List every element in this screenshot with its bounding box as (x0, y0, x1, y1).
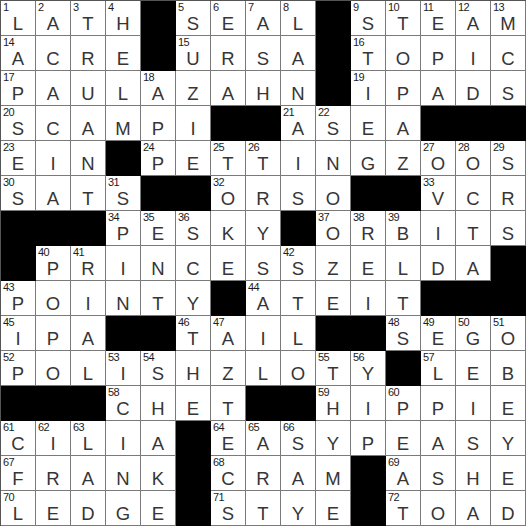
cell-letter: V (421, 190, 455, 209)
cell-letter: Y (351, 365, 385, 384)
cell-r13c7[interactable]: 64E (211, 421, 246, 456)
cell-r12c12[interactable]: 60P (386, 386, 421, 421)
cell-letter: O (316, 225, 350, 244)
cell-letter: O (491, 330, 525, 349)
cell-r11c12 (386, 351, 421, 386)
cell-r12c6[interactable]: E (176, 386, 211, 421)
cell-r6c10[interactable]: O (316, 176, 351, 211)
cell-r5c7[interactable]: 25T (211, 141, 246, 176)
cell-r13c3[interactable]: 63L (71, 421, 106, 456)
cell-r3c14[interactable]: D (456, 71, 491, 106)
cell-letter: E (491, 400, 525, 419)
cell-r8c13[interactable]: D (421, 246, 456, 281)
clue-number: 5 (178, 1, 184, 13)
cell-r2c8[interactable]: S (246, 36, 281, 71)
cell-r15c2[interactable]: E (36, 491, 71, 526)
cell-r14c15[interactable]: E (491, 456, 526, 491)
cell-letter: T (71, 15, 105, 34)
cell-letter: A (141, 85, 175, 104)
cell-r1c14[interactable]: 12A (456, 1, 491, 36)
cell-letter: A (456, 505, 490, 524)
cell-r4c6[interactable]: I (176, 106, 211, 141)
cell-r10c3[interactable]: A (71, 316, 106, 351)
cell-r8c4[interactable]: I (106, 246, 141, 281)
cell-r6c1[interactable]: 30S (1, 176, 36, 211)
cell-r1c3[interactable]: 3T (71, 1, 106, 36)
cell-r5c3[interactable]: N (71, 141, 106, 176)
cell-r14c1[interactable]: 67F (1, 456, 36, 491)
cell-letter: E (211, 260, 245, 279)
cell-r6c13[interactable]: 33V (421, 176, 456, 211)
cell-r2c4[interactable]: E (106, 36, 141, 71)
cell-r1c12[interactable]: 10T (386, 1, 421, 36)
cell-r3c11[interactable]: 19I (351, 71, 386, 106)
cell-r11c2[interactable]: O (36, 351, 71, 386)
cell-r13c12[interactable]: E (386, 421, 421, 456)
cell-r13c15[interactable]: Y (491, 421, 526, 456)
cell-r4c1[interactable]: 20S (1, 106, 36, 141)
cell-r11c13[interactable]: 57L (421, 351, 456, 386)
cell-r9c5[interactable]: T (141, 281, 176, 316)
cell-r1c9[interactable]: 8L (281, 1, 316, 36)
clue-number: 3 (73, 1, 79, 13)
cell-letter: T (386, 15, 420, 34)
cell-r5c12[interactable]: Z (386, 141, 421, 176)
cell-r2c10 (316, 36, 351, 71)
cell-r4c5[interactable]: P (141, 106, 176, 141)
cell-r13c8[interactable]: 65A (246, 421, 281, 456)
cell-letter: C (106, 400, 140, 419)
cell-r7c10[interactable]: 37O (316, 211, 351, 246)
clue-number: 58 (108, 386, 119, 398)
cell-letter: R (71, 50, 105, 69)
cell-r8c11[interactable]: E (351, 246, 386, 281)
cell-r2c5 (141, 36, 176, 71)
cell-letter: L (71, 435, 105, 454)
cell-r7c7[interactable]: K (211, 211, 246, 246)
clue-number: 37 (318, 211, 329, 223)
cell-letter: P (421, 400, 455, 419)
clue-number: 22 (318, 106, 329, 118)
cell-r12c15[interactable]: E (491, 386, 526, 421)
cell-r4c9[interactable]: 21A (281, 106, 316, 141)
cell-r2c1[interactable]: 14A (1, 36, 36, 71)
cell-r5c8[interactable]: 26T (246, 141, 281, 176)
cell-letter: R (71, 260, 105, 279)
clue-number: 11 (423, 1, 433, 13)
cell-r14c13[interactable]: S (421, 456, 456, 491)
cell-letter: A (281, 120, 315, 139)
cell-r10c15[interactable]: 51O (491, 316, 526, 351)
cell-r15c3[interactable]: D (71, 491, 106, 526)
cell-r5c10[interactable]: N (316, 141, 351, 176)
cell-r9c1[interactable]: 43P (1, 281, 36, 316)
cell-letter: C (1, 435, 35, 454)
cell-r3c8[interactable]: H (246, 71, 281, 106)
cell-r13c4[interactable]: I (106, 421, 141, 456)
cell-r8c10[interactable]: Z (316, 246, 351, 281)
cell-r3c4[interactable]: L (106, 71, 141, 106)
cell-r1c2[interactable]: 2A (36, 1, 71, 36)
clue-number: 44 (248, 281, 259, 293)
cell-r11c6[interactable]: H (176, 351, 211, 386)
cell-r10c9[interactable]: L (281, 316, 316, 351)
cell-r15c12[interactable]: 72T (386, 491, 421, 526)
clue-number: 71 (213, 491, 224, 503)
clue-number: 59 (318, 386, 329, 398)
cell-r3c13[interactable]: A (421, 71, 456, 106)
cell-r4c8 (246, 106, 281, 141)
cell-r9c4[interactable]: N (106, 281, 141, 316)
cell-r14c3[interactable]: A (71, 456, 106, 491)
cell-r12c13[interactable]: P (421, 386, 456, 421)
cell-r7c12[interactable]: 39B (386, 211, 421, 246)
clue-number: 50 (458, 316, 469, 328)
cell-r15c14[interactable]: A (456, 491, 491, 526)
cell-r12c11[interactable]: I (351, 386, 386, 421)
cell-r14c14[interactable]: H (456, 456, 491, 491)
cell-letter: H (316, 400, 350, 419)
cell-letter: P (1, 295, 35, 314)
cell-r6c2[interactable]: A (36, 176, 71, 211)
cell-r2c6[interactable]: 15U (176, 36, 211, 71)
cell-r1c15[interactable]: 13M (491, 1, 526, 36)
cell-letter: P (36, 330, 70, 349)
cell-letter: I (106, 435, 140, 454)
cell-r15c13[interactable]: O (421, 491, 456, 526)
cell-r15c15[interactable]: D (491, 491, 526, 526)
cell-letter: E (351, 120, 385, 139)
cell-r3c5[interactable]: 18A (141, 71, 176, 106)
cell-r7c15[interactable]: S (491, 211, 526, 246)
cell-letter: A (281, 470, 315, 489)
cell-letter: O (421, 505, 455, 524)
cell-r14c10[interactable]: M (316, 456, 351, 491)
cell-r11c14[interactable]: E (456, 351, 491, 386)
clue-number: 10 (388, 1, 399, 13)
cell-letter: H (106, 15, 140, 34)
clue-number: 13 (493, 1, 504, 13)
cell-r3c1[interactable]: 17P (1, 71, 36, 106)
cell-r8c14[interactable]: A (456, 246, 491, 281)
cell-r13c13[interactable]: A (421, 421, 456, 456)
cell-letter: P (386, 400, 420, 419)
clue-number: 68 (213, 456, 224, 468)
cell-r10c13[interactable]: 49E (421, 316, 456, 351)
cell-r2c3[interactable]: R (71, 36, 106, 71)
cell-r6c9[interactable]: S (281, 176, 316, 211)
cell-letter: S (1, 190, 35, 209)
cell-letter: N (141, 260, 175, 279)
cell-r4c3[interactable]: A (71, 106, 106, 141)
cell-r13c5[interactable]: A (141, 421, 176, 456)
cell-r9c10[interactable]: E (316, 281, 351, 316)
cell-letter: S (456, 435, 490, 454)
cell-r11c7[interactable]: Z (211, 351, 246, 386)
cell-letter: S (421, 470, 455, 489)
cell-r15c5[interactable]: E (141, 491, 176, 526)
cell-r10c14[interactable]: 50G (456, 316, 491, 351)
cell-r3c12[interactable]: P (386, 71, 421, 106)
cell-letter: O (456, 155, 490, 174)
cell-r15c8[interactable]: T (246, 491, 281, 526)
cell-letter: L (106, 85, 140, 104)
cell-r4c12[interactable]: A (386, 106, 421, 141)
clue-number: 69 (388, 456, 399, 468)
cell-r13c11[interactable]: P (351, 421, 386, 456)
cell-letter: S (316, 120, 350, 139)
cell-r8c3[interactable]: 41R (71, 246, 106, 281)
clue-number: 40 (38, 246, 49, 258)
cell-r12c10[interactable]: 59H (316, 386, 351, 421)
cell-r4c2[interactable]: C (36, 106, 71, 141)
cell-r3c15[interactable]: S (491, 71, 526, 106)
cell-r4c4[interactable]: M (106, 106, 141, 141)
cell-r2c7[interactable]: R (211, 36, 246, 71)
cell-r13c10[interactable]: Y (316, 421, 351, 456)
cell-letter: L (386, 260, 420, 279)
clue-number: 27 (423, 141, 434, 153)
cell-r5c9[interactable]: I (281, 141, 316, 176)
cell-r14c4[interactable]: N (106, 456, 141, 491)
cell-letter: S (246, 260, 280, 279)
clue-number: 8 (283, 1, 289, 13)
cell-r14c7[interactable]: 68C (211, 456, 246, 491)
cell-letter: S (176, 15, 210, 34)
cell-r5c14[interactable]: 28O (456, 141, 491, 176)
cell-r11c3[interactable]: L (71, 351, 106, 386)
cell-r6c6 (176, 176, 211, 211)
cell-letter: N (316, 155, 350, 174)
cell-r7c8[interactable]: Y (246, 211, 281, 246)
cell-r11c1[interactable]: 52P (1, 351, 36, 386)
cell-r11c10[interactable]: 55T (316, 351, 351, 386)
cell-letter: B (491, 365, 525, 384)
cell-r8c5[interactable]: N (141, 246, 176, 281)
cell-r14c2[interactable]: R (36, 456, 71, 491)
cell-letter: I (176, 120, 210, 139)
cell-r5c1[interactable]: 23E (1, 141, 36, 176)
cell-letter: T (176, 330, 210, 349)
cell-r7c13[interactable]: I (421, 211, 456, 246)
cell-letter: C (176, 260, 210, 279)
cell-r4c11[interactable]: E (351, 106, 386, 141)
cell-r8c2[interactable]: 40P (36, 246, 71, 281)
cell-r6c12 (386, 176, 421, 211)
cell-r3c3[interactable]: U (71, 71, 106, 106)
clue-number: 1 (3, 1, 9, 13)
cell-r2c2[interactable]: C (36, 36, 71, 71)
cell-r10c12[interactable]: 48S (386, 316, 421, 351)
cell-r10c7[interactable]: 47A (211, 316, 246, 351)
clue-number: 16 (353, 36, 364, 48)
clue-number: 35 (143, 211, 154, 223)
cell-letter: P (1, 365, 35, 384)
cell-letter: E (421, 15, 455, 34)
cell-r14c5[interactable]: K (141, 456, 176, 491)
cell-r5c5[interactable]: 24P (141, 141, 176, 176)
clue-number: 14 (3, 36, 14, 48)
cell-r1c11[interactable]: 9S (351, 1, 386, 36)
clue-number: 48 (388, 316, 399, 328)
cell-letter: R (211, 50, 245, 69)
cell-letter: A (421, 85, 455, 104)
cell-letter: I (456, 50, 490, 69)
cell-r5c11[interactable]: G (351, 141, 386, 176)
cell-r10c2[interactable]: P (36, 316, 71, 351)
cell-r7c9 (281, 211, 316, 246)
cell-r13c14[interactable]: S (456, 421, 491, 456)
cell-r6c4[interactable]: 31S (106, 176, 141, 211)
cell-letter: C (211, 470, 245, 489)
cell-r7c11[interactable]: 38R (351, 211, 386, 246)
cell-r2c13[interactable]: P (421, 36, 456, 71)
cell-letter: A (386, 120, 420, 139)
cell-r1c8[interactable]: 7A (246, 1, 281, 36)
cell-r11c9[interactable]: O (281, 351, 316, 386)
cell-r12c7[interactable]: T (211, 386, 246, 421)
cell-r8c8[interactable]: S (246, 246, 281, 281)
cell-r8c9[interactable]: 42S (281, 246, 316, 281)
cell-r6c15[interactable]: R (491, 176, 526, 211)
cell-letter: S (246, 50, 280, 69)
cell-r9c3[interactable]: I (71, 281, 106, 316)
cell-r5c15[interactable]: 29S (491, 141, 526, 176)
cell-r15c7[interactable]: 71S (211, 491, 246, 526)
cell-r1c13[interactable]: 11E (421, 1, 456, 36)
cell-letter: T (211, 155, 245, 174)
cell-r2c12[interactable]: O (386, 36, 421, 71)
clue-number: 17 (3, 71, 14, 83)
cell-letter: O (316, 190, 350, 209)
cell-r12c9 (281, 386, 316, 421)
cell-letter: D (456, 85, 490, 104)
cell-r12c8 (246, 386, 281, 421)
cell-r13c1[interactable]: 61C (1, 421, 36, 456)
cell-r6c14[interactable]: C (456, 176, 491, 211)
cell-r9c13 (421, 281, 456, 316)
clue-number: 24 (143, 141, 154, 153)
cell-r5c2[interactable]: I (36, 141, 71, 176)
cell-r12c4[interactable]: 58C (106, 386, 141, 421)
cell-r5c13[interactable]: 27O (421, 141, 456, 176)
cell-r2c9[interactable]: A (281, 36, 316, 71)
cell-r9c11[interactable]: I (351, 281, 386, 316)
cell-r15c4[interactable]: G (106, 491, 141, 526)
cell-r14c12[interactable]: 69A (386, 456, 421, 491)
cell-r12c14[interactable]: I (456, 386, 491, 421)
cell-letter: T (141, 295, 175, 314)
cell-r13c6 (176, 421, 211, 456)
cell-r8c7[interactable]: E (211, 246, 246, 281)
cell-r15c10[interactable]: E (316, 491, 351, 526)
cell-letter: N (281, 85, 315, 104)
cell-r9c14 (456, 281, 491, 316)
cell-letter: I (106, 365, 140, 384)
cell-r2c15[interactable]: C (491, 36, 526, 71)
cell-r11c5[interactable]: 54S (141, 351, 176, 386)
cell-letter: P (141, 155, 175, 174)
cell-r14c6 (176, 456, 211, 491)
clue-number: 70 (3, 491, 14, 503)
cell-r1c4[interactable]: 4H (106, 1, 141, 36)
cell-r12c5[interactable]: H (141, 386, 176, 421)
cell-letter: S (281, 435, 315, 454)
cell-r9c6[interactable]: Y (176, 281, 211, 316)
clue-number: 31 (108, 176, 119, 188)
cell-r7c14[interactable]: T (456, 211, 491, 246)
cell-r14c8[interactable]: R (246, 456, 281, 491)
cell-r10c1[interactable]: 45I (1, 316, 36, 351)
cell-r1c6[interactable]: 5S (176, 1, 211, 36)
cell-r3c9[interactable]: N (281, 71, 316, 106)
cell-letter: D (71, 505, 105, 524)
cell-r8c12[interactable]: L (386, 246, 421, 281)
cell-r13c9[interactable]: 66S (281, 421, 316, 456)
cell-letter: A (36, 85, 70, 104)
cell-r11c15[interactable]: B (491, 351, 526, 386)
cell-r6c7[interactable]: 32O (211, 176, 246, 211)
cell-letter: Z (211, 365, 245, 384)
cell-r1c1[interactable]: 1L (1, 1, 36, 36)
cell-r10c8[interactable]: I (246, 316, 281, 351)
cell-r11c4[interactable]: 53I (106, 351, 141, 386)
cell-r13c2[interactable]: 62I (36, 421, 71, 456)
cell-r7c5[interactable]: 35E (141, 211, 176, 246)
cell-letter: O (281, 365, 315, 384)
cell-letter: N (71, 155, 105, 174)
cell-r9c12[interactable]: T (386, 281, 421, 316)
cell-r1c7[interactable]: 6E (211, 1, 246, 36)
clue-number: 20 (3, 106, 14, 118)
cell-r4c10[interactable]: 22S (316, 106, 351, 141)
cell-r3c7[interactable]: A (211, 71, 246, 106)
clue-number: 53 (108, 351, 119, 363)
cell-r8c6[interactable]: C (176, 246, 211, 281)
cell-r9c9[interactable]: T (281, 281, 316, 316)
cell-letter: K (141, 470, 175, 489)
clue-number: 34 (108, 211, 119, 223)
cell-r3c6[interactable]: Z (176, 71, 211, 106)
cell-r6c8[interactable]: R (246, 176, 281, 211)
cell-r7c4[interactable]: 34P (106, 211, 141, 246)
cell-r5c6[interactable]: E (176, 141, 211, 176)
cell-r7c6[interactable]: 36S (176, 211, 211, 246)
clue-number: 46 (178, 316, 189, 328)
cell-letter: L (421, 365, 455, 384)
cell-letter: S (491, 155, 525, 174)
cell-r3c2[interactable]: A (36, 71, 71, 106)
cell-r15c1[interactable]: 70L (1, 491, 36, 526)
cell-r1c10 (316, 1, 351, 36)
cell-r11c11[interactable]: 56Y (351, 351, 386, 386)
cell-r11c8[interactable]: L (246, 351, 281, 386)
cell-letter: A (1, 50, 35, 69)
cell-r14c9[interactable]: A (281, 456, 316, 491)
cell-r15c9[interactable]: Y (281, 491, 316, 526)
clue-number: 28 (458, 141, 469, 153)
cell-letter: D (421, 260, 455, 279)
cell-r2c11[interactable]: 16T (351, 36, 386, 71)
cell-letter: B (386, 225, 420, 244)
cell-letter: R (36, 470, 70, 489)
cell-r2c14[interactable]: I (456, 36, 491, 71)
cell-r9c8[interactable]: 44A (246, 281, 281, 316)
cell-letter: T (316, 365, 350, 384)
cell-r6c3[interactable]: T (71, 176, 106, 211)
cell-r10c6[interactable]: 46T (176, 316, 211, 351)
cell-r9c2[interactable]: O (36, 281, 71, 316)
